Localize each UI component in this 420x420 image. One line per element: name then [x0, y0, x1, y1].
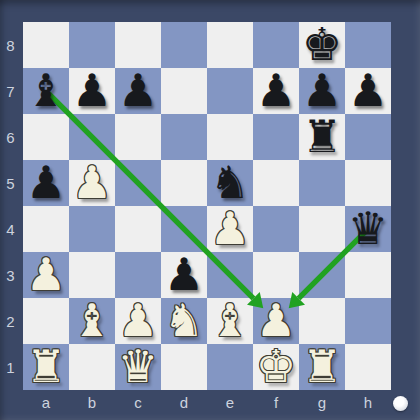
square-c8[interactable]	[115, 22, 161, 68]
piece-white-pawn[interactable]: ♟	[253, 298, 299, 344]
square-a6[interactable]	[23, 114, 69, 160]
square-b3[interactable]	[69, 252, 115, 298]
square-d8[interactable]	[161, 22, 207, 68]
square-g2[interactable]	[299, 298, 345, 344]
square-f3[interactable]	[253, 252, 299, 298]
square-d6[interactable]	[161, 114, 207, 160]
square-f6[interactable]	[253, 114, 299, 160]
square-c6[interactable]	[115, 114, 161, 160]
rank-label-3: 3	[0, 252, 21, 298]
square-e6[interactable]	[207, 114, 253, 160]
rank-label-5: 5	[0, 160, 21, 206]
square-h5[interactable]	[345, 160, 391, 206]
rank-label-6: 6	[0, 114, 21, 160]
square-b6[interactable]	[69, 114, 115, 160]
square-f2[interactable]: ♟	[253, 298, 299, 344]
square-h3[interactable]	[345, 252, 391, 298]
square-e8[interactable]	[207, 22, 253, 68]
chess-board-widget: ♚♝♟♟♟♟♟♜♟♟♞♟♛♟♟♝♟♞♝♟♜♛♚♜ 87654321abcdefg…	[0, 0, 420, 420]
piece-white-rook[interactable]: ♜	[299, 344, 345, 390]
square-a5[interactable]: ♟	[23, 160, 69, 206]
rank-label-8: 8	[0, 22, 21, 68]
square-b8[interactable]	[69, 22, 115, 68]
piece-black-knight[interactable]: ♞	[207, 160, 253, 206]
square-c7[interactable]: ♟	[115, 68, 161, 114]
square-h1[interactable]	[345, 344, 391, 390]
piece-black-bishop[interactable]: ♝	[23, 68, 69, 114]
piece-black-pawn[interactable]: ♟	[253, 68, 299, 114]
file-label-d: d	[161, 390, 207, 414]
square-c4[interactable]	[115, 206, 161, 252]
piece-white-pawn[interactable]: ♟	[69, 160, 115, 206]
square-f8[interactable]	[253, 22, 299, 68]
square-g5[interactable]	[299, 160, 345, 206]
piece-black-pawn[interactable]: ♟	[345, 68, 391, 114]
rank-label-4: 4	[0, 206, 21, 252]
square-h8[interactable]	[345, 22, 391, 68]
piece-black-pawn[interactable]: ♟	[69, 68, 115, 114]
square-e2[interactable]: ♝	[207, 298, 253, 344]
file-label-a: a	[23, 390, 69, 414]
square-e4[interactable]: ♟	[207, 206, 253, 252]
square-h7[interactable]: ♟	[345, 68, 391, 114]
piece-white-pawn[interactable]: ♟	[207, 206, 253, 252]
rank-label-2: 2	[0, 298, 21, 344]
piece-white-king[interactable]: ♚	[253, 344, 299, 390]
square-e7[interactable]	[207, 68, 253, 114]
square-a7[interactable]: ♝	[23, 68, 69, 114]
piece-black-king[interactable]: ♚	[299, 22, 345, 68]
square-a3[interactable]: ♟	[23, 252, 69, 298]
square-g7[interactable]: ♟	[299, 68, 345, 114]
square-h4[interactable]: ♛	[345, 206, 391, 252]
square-b4[interactable]	[69, 206, 115, 252]
piece-black-pawn[interactable]: ♟	[23, 160, 69, 206]
piece-black-pawn[interactable]: ♟	[115, 68, 161, 114]
square-c2[interactable]: ♟	[115, 298, 161, 344]
square-b5[interactable]: ♟	[69, 160, 115, 206]
square-f4[interactable]	[253, 206, 299, 252]
piece-white-queen[interactable]: ♛	[115, 344, 161, 390]
rank-label-1: 1	[0, 344, 21, 390]
square-a2[interactable]	[23, 298, 69, 344]
square-e1[interactable]	[207, 344, 253, 390]
square-g1[interactable]: ♜	[299, 344, 345, 390]
square-a1[interactable]: ♜	[23, 344, 69, 390]
rank-label-7: 7	[0, 68, 21, 114]
square-c3[interactable]	[115, 252, 161, 298]
square-f1[interactable]: ♚	[253, 344, 299, 390]
square-g6[interactable]: ♜	[299, 114, 345, 160]
square-f7[interactable]: ♟	[253, 68, 299, 114]
piece-black-rook[interactable]: ♜	[299, 114, 345, 160]
square-e5[interactable]: ♞	[207, 160, 253, 206]
file-label-b: b	[69, 390, 115, 414]
square-c5[interactable]	[115, 160, 161, 206]
square-g8[interactable]: ♚	[299, 22, 345, 68]
piece-white-knight[interactable]: ♞	[161, 298, 207, 344]
piece-white-rook[interactable]: ♜	[23, 344, 69, 390]
square-d5[interactable]	[161, 160, 207, 206]
square-b1[interactable]	[69, 344, 115, 390]
piece-white-bishop[interactable]: ♝	[207, 298, 253, 344]
square-g4[interactable]	[299, 206, 345, 252]
square-h6[interactable]	[345, 114, 391, 160]
piece-white-pawn[interactable]: ♟	[115, 298, 161, 344]
piece-black-queen[interactable]: ♛	[345, 206, 391, 252]
file-label-f: f	[253, 390, 299, 414]
piece-black-pawn[interactable]: ♟	[299, 68, 345, 114]
square-c1[interactable]: ♛	[115, 344, 161, 390]
square-d1[interactable]	[161, 344, 207, 390]
piece-white-pawn[interactable]: ♟	[23, 252, 69, 298]
piece-white-bishop[interactable]: ♝	[69, 298, 115, 344]
square-d2[interactable]: ♞	[161, 298, 207, 344]
square-b2[interactable]: ♝	[69, 298, 115, 344]
square-a4[interactable]	[23, 206, 69, 252]
file-label-c: c	[115, 390, 161, 414]
square-f5[interactable]	[253, 160, 299, 206]
chess-board: ♚♝♟♟♟♟♟♜♟♟♞♟♛♟♟♝♟♞♝♟♜♛♚♜	[23, 22, 391, 390]
white-to-move-indicator	[393, 396, 408, 411]
square-e3[interactable]	[207, 252, 253, 298]
square-b7[interactable]: ♟	[69, 68, 115, 114]
piece-black-pawn[interactable]: ♟	[161, 252, 207, 298]
file-label-g: g	[299, 390, 345, 414]
file-label-h: h	[345, 390, 391, 414]
square-a8[interactable]	[23, 22, 69, 68]
square-d7[interactable]	[161, 68, 207, 114]
square-h2[interactable]	[345, 298, 391, 344]
square-g3[interactable]	[299, 252, 345, 298]
square-d3[interactable]: ♟	[161, 252, 207, 298]
square-d4[interactable]	[161, 206, 207, 252]
file-label-e: e	[207, 390, 253, 414]
